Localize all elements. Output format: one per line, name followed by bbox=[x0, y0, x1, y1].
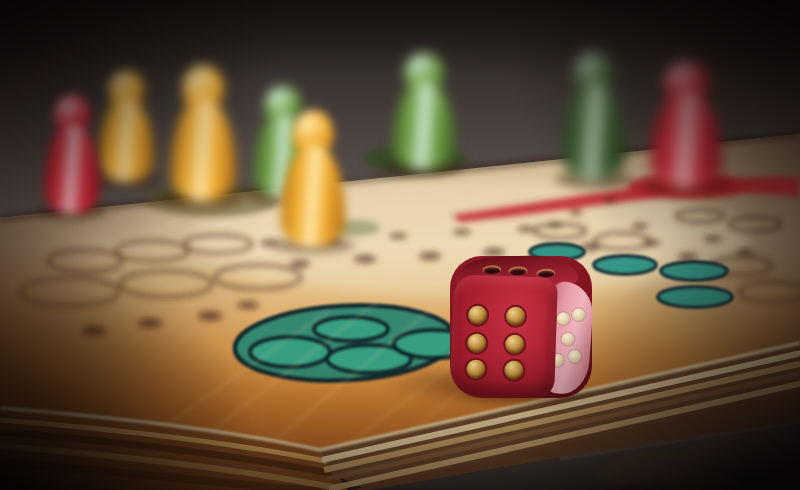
die-pip bbox=[568, 350, 582, 364]
olive-start-area bbox=[144, 183, 280, 217]
board-game-photo bbox=[0, 0, 800, 490]
hole-shadow-dot bbox=[237, 301, 259, 309]
green-start-area bbox=[363, 145, 467, 173]
die-pip bbox=[466, 359, 486, 379]
die-pip bbox=[572, 308, 586, 322]
hole-shadow-dot bbox=[324, 237, 342, 243]
hole-shadow-dot bbox=[517, 226, 535, 232]
hole-shadow-dot bbox=[198, 311, 222, 321]
hole-shadow-dot bbox=[547, 222, 563, 228]
hole-shadow-dot bbox=[736, 249, 754, 255]
die-pip bbox=[468, 305, 488, 325]
hole-shadow-dot bbox=[678, 253, 698, 261]
hole-shadow-dot bbox=[82, 326, 106, 336]
hole-shadow-dot bbox=[419, 252, 441, 260]
die-pip bbox=[509, 268, 526, 275]
die-face-six bbox=[450, 274, 558, 397]
hole-shadow-dot bbox=[354, 255, 376, 263]
hole-shadow-dot bbox=[632, 223, 648, 229]
hole-shadow-dot bbox=[260, 240, 278, 246]
hole-shadow-dot bbox=[138, 318, 162, 328]
die-pip bbox=[467, 333, 487, 353]
track-space-teal bbox=[594, 256, 656, 274]
die-pip bbox=[505, 335, 525, 355]
home-base-circle bbox=[314, 317, 388, 341]
home-base-circle bbox=[250, 337, 330, 367]
hole-shadow-dot bbox=[453, 229, 471, 235]
hole-shadow-dot bbox=[603, 198, 617, 204]
hole-shadow-dot bbox=[704, 236, 722, 242]
die-pip bbox=[483, 267, 500, 274]
hole-shadow-dot bbox=[569, 209, 583, 215]
hole-shadow-dot bbox=[290, 260, 310, 268]
board-and-table bbox=[0, 0, 800, 490]
red-path-pool bbox=[628, 173, 752, 199]
track-space-teal bbox=[658, 287, 732, 307]
hole-shadow-dot bbox=[483, 248, 505, 256]
hole-shadow-dot bbox=[643, 240, 661, 246]
die-pip bbox=[504, 361, 524, 381]
green-smudge bbox=[324, 220, 380, 236]
hole-shadow-dot bbox=[389, 233, 407, 239]
die-red[interactable] bbox=[450, 256, 592, 398]
die-pip bbox=[556, 312, 570, 326]
track-space-teal bbox=[661, 262, 727, 280]
die-pip bbox=[561, 332, 575, 346]
die-pip bbox=[506, 307, 526, 327]
